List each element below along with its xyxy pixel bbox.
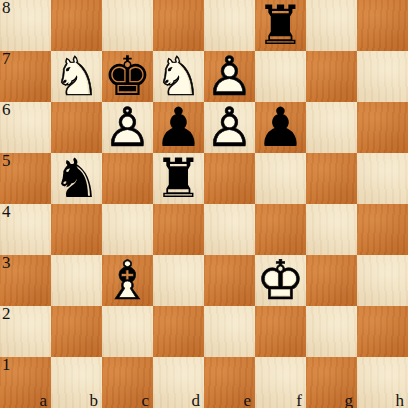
square-e2[interactable] — [204, 306, 255, 357]
black-knight-b5[interactable]: ♞ — [51, 153, 102, 204]
square-h6[interactable] — [357, 102, 408, 153]
square-a8[interactable] — [0, 0, 51, 51]
square-a7[interactable] — [0, 51, 51, 102]
square-f4[interactable] — [255, 204, 306, 255]
square-d6[interactable]: ♟ — [153, 102, 204, 153]
square-c4[interactable] — [102, 204, 153, 255]
white-pawn-outline-icon: ♙ — [102, 102, 153, 153]
square-f5[interactable] — [255, 153, 306, 204]
square-b4[interactable] — [51, 204, 102, 255]
square-e4[interactable] — [204, 204, 255, 255]
square-g6[interactable] — [306, 102, 357, 153]
square-a6[interactable] — [0, 102, 51, 153]
square-d1[interactable] — [153, 357, 204, 408]
white-pawn-outline-icon: ♙ — [204, 51, 255, 102]
square-g2[interactable] — [306, 306, 357, 357]
white-knight-outline-icon: ♘ — [51, 51, 102, 102]
square-h7[interactable] — [357, 51, 408, 102]
square-c5[interactable] — [102, 153, 153, 204]
square-b6[interactable] — [51, 102, 102, 153]
square-f1[interactable] — [255, 357, 306, 408]
square-e6[interactable]: ♟♙ — [204, 102, 255, 153]
square-g1[interactable] — [306, 357, 357, 408]
white-knight-outline-icon: ♘ — [153, 51, 204, 102]
square-d2[interactable] — [153, 306, 204, 357]
square-h4[interactable] — [357, 204, 408, 255]
square-a2[interactable] — [0, 306, 51, 357]
black-rook-d5[interactable]: ♜ — [153, 153, 204, 204]
white-king-f3[interactable]: ♚♔ — [255, 255, 306, 306]
square-g5[interactable] — [306, 153, 357, 204]
black-rook-icon: ♜ — [153, 153, 204, 204]
square-b2[interactable] — [51, 306, 102, 357]
white-knight-d7[interactable]: ♞♘ — [153, 51, 204, 102]
chess-board: ♜♞♘♚♞♘♟♙♟♙♟♟♙♟♞♜♝♗♚♔ 87654321abcdefgh — [0, 0, 408, 408]
square-c8[interactable] — [102, 0, 153, 51]
square-d5[interactable]: ♜ — [153, 153, 204, 204]
square-b7[interactable]: ♞♘ — [51, 51, 102, 102]
square-g3[interactable] — [306, 255, 357, 306]
square-b5[interactable]: ♞ — [51, 153, 102, 204]
square-c7[interactable]: ♚ — [102, 51, 153, 102]
square-g8[interactable] — [306, 0, 357, 51]
white-pawn-c6[interactable]: ♟♙ — [102, 102, 153, 153]
white-knight-b7[interactable]: ♞♘ — [51, 51, 102, 102]
black-king-icon: ♚ — [102, 51, 153, 102]
square-a3[interactable] — [0, 255, 51, 306]
black-pawn-f6[interactable]: ♟ — [255, 102, 306, 153]
black-king-c7[interactable]: ♚ — [102, 51, 153, 102]
square-f3[interactable]: ♚♔ — [255, 255, 306, 306]
square-e1[interactable] — [204, 357, 255, 408]
square-e7[interactable]: ♟♙ — [204, 51, 255, 102]
square-f6[interactable]: ♟ — [255, 102, 306, 153]
square-e5[interactable] — [204, 153, 255, 204]
square-g4[interactable] — [306, 204, 357, 255]
square-a5[interactable] — [0, 153, 51, 204]
board-grid: ♜♞♘♚♞♘♟♙♟♙♟♟♙♟♞♜♝♗♚♔ — [0, 0, 408, 408]
square-d7[interactable]: ♞♘ — [153, 51, 204, 102]
square-f8[interactable]: ♜ — [255, 0, 306, 51]
square-a1[interactable] — [0, 357, 51, 408]
square-h5[interactable] — [357, 153, 408, 204]
square-h3[interactable] — [357, 255, 408, 306]
square-f7[interactable] — [255, 51, 306, 102]
square-a4[interactable] — [0, 204, 51, 255]
square-b1[interactable] — [51, 357, 102, 408]
square-h8[interactable] — [357, 0, 408, 51]
square-d4[interactable] — [153, 204, 204, 255]
square-c1[interactable] — [102, 357, 153, 408]
square-h1[interactable] — [357, 357, 408, 408]
white-pawn-outline-icon: ♙ — [204, 102, 255, 153]
square-b8[interactable] — [51, 0, 102, 51]
black-rook-icon: ♜ — [255, 0, 306, 51]
white-king-outline-icon: ♔ — [255, 255, 306, 306]
square-f2[interactable] — [255, 306, 306, 357]
black-pawn-icon: ♟ — [153, 102, 204, 153]
square-b3[interactable] — [51, 255, 102, 306]
square-c3[interactable]: ♝♗ — [102, 255, 153, 306]
black-pawn-d6[interactable]: ♟ — [153, 102, 204, 153]
square-h2[interactable] — [357, 306, 408, 357]
square-d3[interactable] — [153, 255, 204, 306]
white-pawn-e6[interactable]: ♟♙ — [204, 102, 255, 153]
white-bishop-c3[interactable]: ♝♗ — [102, 255, 153, 306]
square-e8[interactable] — [204, 0, 255, 51]
square-g7[interactable] — [306, 51, 357, 102]
white-bishop-outline-icon: ♗ — [102, 255, 153, 306]
white-pawn-e7[interactable]: ♟♙ — [204, 51, 255, 102]
black-knight-icon: ♞ — [51, 153, 102, 204]
black-pawn-icon: ♟ — [255, 102, 306, 153]
square-c6[interactable]: ♟♙ — [102, 102, 153, 153]
square-d8[interactable] — [153, 0, 204, 51]
square-e3[interactable] — [204, 255, 255, 306]
square-c2[interactable] — [102, 306, 153, 357]
black-rook-f8[interactable]: ♜ — [255, 0, 306, 51]
